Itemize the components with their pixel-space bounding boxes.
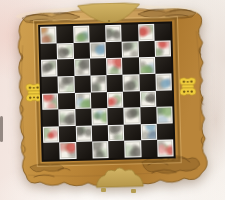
square-b6[interactable]	[57, 59, 74, 76]
chessboard-assembly	[8, 0, 215, 191]
stand-pin-left	[101, 188, 106, 192]
square-e2[interactable]	[108, 124, 125, 141]
square-a5[interactable]	[41, 76, 58, 93]
square-b8[interactable]	[56, 26, 73, 43]
square-d7[interactable]	[89, 42, 106, 59]
square-a6[interactable]	[41, 60, 58, 77]
square-g1[interactable]	[141, 140, 158, 157]
square-h6[interactable]	[155, 57, 172, 74]
stand-pin-right	[131, 189, 136, 193]
square-f4[interactable]	[123, 91, 140, 108]
square-b7[interactable]	[57, 43, 74, 60]
square-c2[interactable]	[75, 125, 92, 142]
square-c4[interactable]	[74, 92, 91, 109]
square-d3[interactable]	[91, 108, 108, 125]
square-d4[interactable]	[91, 92, 108, 109]
square-f6[interactable]	[122, 58, 139, 75]
square-f1[interactable]	[124, 141, 141, 158]
square-h8[interactable]	[154, 23, 171, 40]
backdrop-dark-sliver	[0, 116, 3, 142]
square-g3[interactable]	[140, 107, 157, 124]
square-f3[interactable]	[124, 107, 141, 124]
square-f7[interactable]	[122, 41, 139, 58]
square-b3[interactable]	[59, 109, 76, 126]
square-a7[interactable]	[41, 43, 58, 60]
square-h2[interactable]	[156, 123, 173, 140]
square-e7[interactable]	[106, 41, 123, 58]
square-g4[interactable]	[139, 90, 156, 107]
square-c7[interactable]	[73, 42, 90, 59]
chessboard	[38, 21, 176, 161]
square-e8[interactable]	[105, 25, 122, 42]
square-f8[interactable]	[121, 24, 138, 41]
square-a3[interactable]	[42, 110, 59, 127]
square-f5[interactable]	[123, 74, 140, 91]
square-b1[interactable]	[59, 142, 76, 159]
square-d2[interactable]	[92, 125, 109, 142]
butterfly-hinge-right	[180, 77, 196, 95]
square-c1[interactable]	[76, 142, 93, 159]
square-g6[interactable]	[139, 57, 156, 74]
square-f2[interactable]	[124, 124, 141, 141]
square-g2[interactable]	[140, 124, 157, 141]
square-a8[interactable]	[40, 26, 57, 43]
square-h1[interactable]	[157, 140, 174, 157]
square-a2[interactable]	[43, 126, 60, 143]
square-d1[interactable]	[92, 141, 109, 158]
square-a4[interactable]	[42, 93, 59, 110]
square-c6[interactable]	[74, 59, 91, 76]
square-e1[interactable]	[108, 141, 125, 158]
square-c8[interactable]	[73, 26, 90, 43]
square-c5[interactable]	[74, 75, 91, 92]
square-d8[interactable]	[89, 25, 106, 42]
square-b2[interactable]	[59, 126, 76, 143]
square-d6[interactable]	[90, 58, 107, 75]
square-g8[interactable]	[138, 24, 155, 41]
square-h7[interactable]	[154, 40, 171, 57]
square-e6[interactable]	[106, 58, 123, 75]
square-b5[interactable]	[58, 76, 75, 93]
square-c3[interactable]	[75, 109, 92, 126]
square-h3[interactable]	[156, 107, 173, 124]
square-e4[interactable]	[107, 91, 124, 108]
square-b4[interactable]	[58, 92, 75, 109]
square-h5[interactable]	[155, 73, 172, 90]
square-g7[interactable]	[138, 40, 155, 57]
photo-backdrop	[0, 0, 225, 200]
square-e3[interactable]	[107, 108, 124, 125]
square-a1[interactable]	[43, 143, 60, 160]
square-h4[interactable]	[156, 90, 173, 107]
square-e5[interactable]	[106, 75, 123, 92]
square-d5[interactable]	[90, 75, 107, 92]
square-g5[interactable]	[139, 74, 156, 91]
